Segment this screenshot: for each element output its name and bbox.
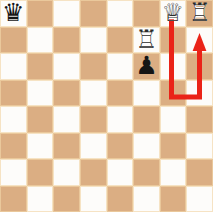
square-b8[interactable] [27, 0, 54, 27]
chess-board: ♛♛♕♜♖♜♖♟ [0, 0, 213, 212]
square-h2[interactable] [186, 159, 213, 186]
square-f7[interactable]: ♜♖ [133, 27, 160, 54]
white-queen-g8[interactable]: ♛♕ [160, 0, 187, 27]
square-a2[interactable] [0, 159, 27, 186]
square-b3[interactable] [27, 133, 54, 160]
square-e7[interactable] [107, 27, 134, 54]
piece-outline-layer: ♖ [133, 27, 160, 54]
square-c2[interactable] [53, 159, 80, 186]
black-queen-a8[interactable]: ♛ [0, 0, 27, 27]
white-rook-h8[interactable]: ♜♖ [186, 0, 213, 27]
square-a1[interactable] [0, 186, 27, 213]
square-f8[interactable] [133, 0, 160, 27]
square-c3[interactable] [53, 133, 80, 160]
square-c5[interactable] [53, 80, 80, 107]
square-e3[interactable] [107, 133, 134, 160]
square-a3[interactable] [0, 133, 27, 160]
square-g4[interactable] [160, 106, 187, 133]
square-e6[interactable] [107, 53, 134, 80]
square-a5[interactable] [0, 80, 27, 107]
square-b1[interactable] [27, 186, 54, 213]
square-d7[interactable] [80, 27, 107, 54]
square-d1[interactable] [80, 186, 107, 213]
square-a4[interactable] [0, 106, 27, 133]
square-g7[interactable] [160, 27, 187, 54]
square-c1[interactable] [53, 186, 80, 213]
square-c7[interactable] [53, 27, 80, 54]
square-h7[interactable] [186, 27, 213, 54]
white-rook-f7[interactable]: ♜♖ [133, 27, 160, 54]
square-b7[interactable] [27, 27, 54, 54]
board-grid: ♛♛♕♜♖♜♖♟ [0, 0, 213, 212]
square-f2[interactable] [133, 159, 160, 186]
square-d2[interactable] [80, 159, 107, 186]
square-f3[interactable] [133, 133, 160, 160]
square-g8[interactable]: ♛♕ [160, 0, 187, 27]
square-g2[interactable] [160, 159, 187, 186]
square-f1[interactable] [133, 186, 160, 213]
square-e8[interactable] [107, 0, 134, 27]
square-h1[interactable] [186, 186, 213, 213]
square-f4[interactable] [133, 106, 160, 133]
square-e5[interactable] [107, 80, 134, 107]
square-h8[interactable]: ♜♖ [186, 0, 213, 27]
square-h3[interactable] [186, 133, 213, 160]
square-b2[interactable] [27, 159, 54, 186]
square-d8[interactable] [80, 0, 107, 27]
square-e1[interactable] [107, 186, 134, 213]
square-h4[interactable] [186, 106, 213, 133]
square-g1[interactable] [160, 186, 187, 213]
square-a6[interactable] [0, 53, 27, 80]
square-d4[interactable] [80, 106, 107, 133]
square-g5[interactable] [160, 80, 187, 107]
square-f6[interactable]: ♟ [133, 53, 160, 80]
piece-outline-layer: ♖ [186, 0, 213, 27]
square-c6[interactable] [53, 53, 80, 80]
square-h5[interactable] [186, 80, 213, 107]
square-b5[interactable] [27, 80, 54, 107]
square-d6[interactable] [80, 53, 107, 80]
square-h6[interactable] [186, 53, 213, 80]
square-d5[interactable] [80, 80, 107, 107]
square-e2[interactable] [107, 159, 134, 186]
square-f5[interactable] [133, 80, 160, 107]
black-pawn-f6[interactable]: ♟ [133, 53, 160, 80]
square-g6[interactable] [160, 53, 187, 80]
square-b4[interactable] [27, 106, 54, 133]
square-g3[interactable] [160, 133, 187, 160]
piece-outline-layer: ♕ [160, 0, 187, 27]
square-c4[interactable] [53, 106, 80, 133]
square-c8[interactable] [53, 0, 80, 27]
square-a8[interactable]: ♛ [0, 0, 27, 27]
square-e4[interactable] [107, 106, 134, 133]
square-b6[interactable] [27, 53, 54, 80]
square-a7[interactable] [0, 27, 27, 54]
square-d3[interactable] [80, 133, 107, 160]
